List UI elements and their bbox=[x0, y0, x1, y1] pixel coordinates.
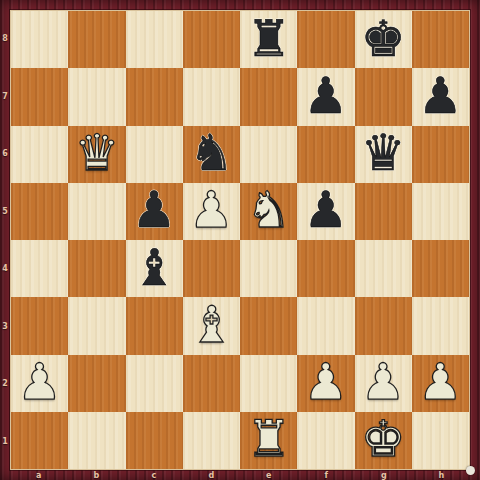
piece-black-knight[interactable]: ♞ bbox=[189, 128, 234, 178]
piece-white-queen[interactable]: ♛ bbox=[74, 128, 119, 178]
rank-label-3: 3 bbox=[0, 298, 10, 356]
square-c5[interactable]: ♟ bbox=[126, 183, 183, 240]
square-c3[interactable] bbox=[126, 297, 183, 354]
square-h5[interactable] bbox=[412, 183, 469, 240]
square-f4[interactable] bbox=[297, 240, 354, 297]
square-h8[interactable] bbox=[412, 11, 469, 68]
file-label-b: b bbox=[68, 470, 126, 480]
square-a5[interactable] bbox=[11, 183, 68, 240]
file-label-c: c bbox=[125, 470, 183, 480]
square-g2[interactable]: ♟ bbox=[355, 355, 412, 412]
file-label-f: f bbox=[298, 470, 356, 480]
square-d2[interactable] bbox=[183, 355, 240, 412]
piece-white-pawn[interactable]: ♟ bbox=[17, 357, 62, 407]
square-h7[interactable]: ♟ bbox=[412, 68, 469, 125]
square-a1[interactable] bbox=[11, 412, 68, 469]
rank-label-2: 2 bbox=[0, 355, 10, 413]
rank-label-4: 4 bbox=[0, 240, 10, 298]
square-a3[interactable] bbox=[11, 297, 68, 354]
square-b4[interactable] bbox=[68, 240, 125, 297]
piece-black-pawn[interactable]: ♟ bbox=[303, 185, 348, 235]
piece-white-pawn[interactable]: ♟ bbox=[189, 185, 234, 235]
square-b6[interactable]: ♛ bbox=[68, 126, 125, 183]
rank-label-7: 7 bbox=[0, 68, 10, 126]
square-d7[interactable] bbox=[183, 68, 240, 125]
file-label-h: h bbox=[413, 470, 471, 480]
square-a4[interactable] bbox=[11, 240, 68, 297]
file-labels: abcdefgh bbox=[10, 470, 470, 480]
file-label-g: g bbox=[355, 470, 413, 480]
square-c6[interactable] bbox=[126, 126, 183, 183]
piece-white-bishop[interactable]: ♝ bbox=[189, 300, 234, 350]
piece-black-pawn[interactable]: ♟ bbox=[132, 185, 177, 235]
piece-white-pawn[interactable]: ♟ bbox=[303, 357, 348, 407]
square-h3[interactable] bbox=[412, 297, 469, 354]
square-g7[interactable] bbox=[355, 68, 412, 125]
square-e6[interactable] bbox=[240, 126, 297, 183]
square-e1[interactable]: ♜ bbox=[240, 412, 297, 469]
square-a2[interactable]: ♟ bbox=[11, 355, 68, 412]
square-e8[interactable]: ♜ bbox=[240, 11, 297, 68]
square-f7[interactable]: ♟ bbox=[297, 68, 354, 125]
square-a6[interactable] bbox=[11, 126, 68, 183]
square-e5[interactable]: ♞ bbox=[240, 183, 297, 240]
rank-labels: 87654321 bbox=[0, 10, 10, 470]
square-a7[interactable] bbox=[11, 68, 68, 125]
piece-black-pawn[interactable]: ♟ bbox=[418, 71, 463, 121]
square-b8[interactable] bbox=[68, 11, 125, 68]
rank-label-5: 5 bbox=[0, 183, 10, 241]
square-c7[interactable] bbox=[126, 68, 183, 125]
board-frame: 87654321 abcdefgh ♜♚♟♟♛♞♛♟♟♞♟♝♝♟♟♟♟♜♚ bbox=[0, 0, 480, 480]
piece-black-queen[interactable]: ♛ bbox=[361, 128, 406, 178]
square-f8[interactable] bbox=[297, 11, 354, 68]
square-a8[interactable] bbox=[11, 11, 68, 68]
square-h2[interactable]: ♟ bbox=[412, 355, 469, 412]
piece-black-bishop[interactable]: ♝ bbox=[132, 243, 177, 293]
square-c4[interactable]: ♝ bbox=[126, 240, 183, 297]
square-g8[interactable]: ♚ bbox=[355, 11, 412, 68]
square-g6[interactable]: ♛ bbox=[355, 126, 412, 183]
square-d1[interactable] bbox=[183, 412, 240, 469]
square-e3[interactable] bbox=[240, 297, 297, 354]
square-d3[interactable]: ♝ bbox=[183, 297, 240, 354]
square-b5[interactable] bbox=[68, 183, 125, 240]
square-g1[interactable]: ♚ bbox=[355, 412, 412, 469]
square-f5[interactable]: ♟ bbox=[297, 183, 354, 240]
piece-white-pawn[interactable]: ♟ bbox=[361, 357, 406, 407]
rank-label-1: 1 bbox=[0, 413, 10, 471]
square-d4[interactable] bbox=[183, 240, 240, 297]
square-d8[interactable] bbox=[183, 11, 240, 68]
square-f2[interactable]: ♟ bbox=[297, 355, 354, 412]
piece-black-rook[interactable]: ♜ bbox=[246, 14, 291, 64]
square-d5[interactable]: ♟ bbox=[183, 183, 240, 240]
square-e7[interactable] bbox=[240, 68, 297, 125]
piece-white-king[interactable]: ♚ bbox=[361, 414, 406, 464]
piece-white-rook[interactable]: ♜ bbox=[246, 414, 291, 464]
square-g3[interactable] bbox=[355, 297, 412, 354]
piece-black-pawn[interactable]: ♟ bbox=[303, 71, 348, 121]
file-label-d: d bbox=[183, 470, 241, 480]
file-label-a: a bbox=[10, 470, 68, 480]
square-b1[interactable] bbox=[68, 412, 125, 469]
square-e2[interactable] bbox=[240, 355, 297, 412]
square-d6[interactable]: ♞ bbox=[183, 126, 240, 183]
square-b2[interactable] bbox=[68, 355, 125, 412]
square-g4[interactable] bbox=[355, 240, 412, 297]
square-h1[interactable] bbox=[412, 412, 469, 469]
file-label-e: e bbox=[240, 470, 298, 480]
rank-label-6: 6 bbox=[0, 125, 10, 183]
chess-board: ♜♚♟♟♛♞♛♟♟♞♟♝♝♟♟♟♟♜♚ bbox=[10, 10, 470, 470]
square-h4[interactable] bbox=[412, 240, 469, 297]
white-to-move-indicator bbox=[466, 466, 475, 475]
square-c1[interactable] bbox=[126, 412, 183, 469]
square-f1[interactable] bbox=[297, 412, 354, 469]
piece-white-knight[interactable]: ♞ bbox=[246, 185, 291, 235]
square-g5[interactable] bbox=[355, 183, 412, 240]
square-e4[interactable] bbox=[240, 240, 297, 297]
square-f3[interactable] bbox=[297, 297, 354, 354]
square-b7[interactable] bbox=[68, 68, 125, 125]
rank-label-8: 8 bbox=[0, 10, 10, 68]
square-h6[interactable] bbox=[412, 126, 469, 183]
piece-white-pawn[interactable]: ♟ bbox=[418, 357, 463, 407]
square-b3[interactable] bbox=[68, 297, 125, 354]
square-c2[interactable] bbox=[126, 355, 183, 412]
piece-black-king[interactable]: ♚ bbox=[361, 14, 406, 64]
square-c8[interactable] bbox=[126, 11, 183, 68]
square-f6[interactable] bbox=[297, 126, 354, 183]
